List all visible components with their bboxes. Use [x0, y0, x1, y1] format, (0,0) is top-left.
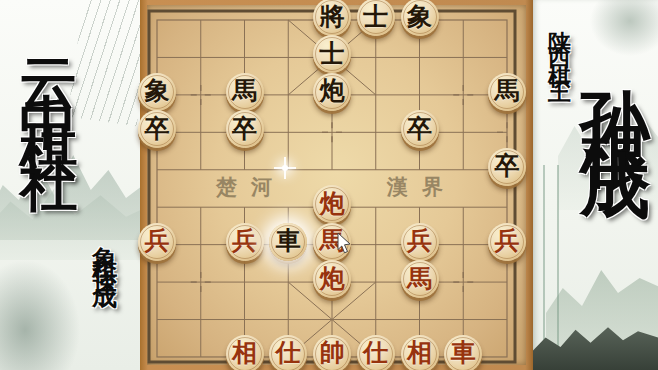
xiangqi-piece-red-r6c8[interactable]: 兵	[488, 223, 526, 261]
hill-ink	[546, 248, 658, 348]
right-ink-panel: 陕西棋王 孙根成	[533, 0, 658, 370]
xiangqi-piece-black-r0c6[interactable]: 象	[401, 0, 439, 36]
piece-character: 馬	[232, 78, 257, 103]
xiangqi-piece-red-r9c6[interactable]: 相	[401, 335, 439, 370]
piece-character: 象	[145, 78, 170, 103]
piece-character: 帥	[320, 340, 345, 365]
piece-character: 車	[451, 340, 476, 365]
club-name-calligraphy: 云中棋社	[10, 16, 88, 136]
xiangqi-piece-black-r0c5[interactable]: 士	[357, 0, 395, 36]
xiangqi-piece-red-r6c2[interactable]: 兵	[226, 223, 264, 261]
xiangqi-piece-red-r6c0[interactable]: 兵	[138, 223, 176, 261]
xiangqi-piece-black-r6c3[interactable]: 車	[269, 223, 307, 261]
sparkle-effect	[282, 165, 288, 171]
xiangqi-piece-red-r9c7[interactable]: 車	[444, 335, 482, 370]
dark-mountain-ink	[533, 322, 658, 370]
mountain-ink-dark	[0, 140, 140, 240]
river-label-han: 漢界	[387, 173, 457, 201]
piece-character: 仕	[363, 340, 388, 365]
piece-character: 象	[407, 4, 432, 29]
xiangqi-board: 楚河 漢界 將士象士象馬炮馬卒卒卒卒炮兵兵車馬兵兵炮馬相仕帥仕相車	[140, 0, 533, 370]
piece-character: 兵	[495, 228, 520, 253]
piece-character: 炮	[320, 78, 345, 103]
piece-character: 炮	[320, 191, 345, 216]
piece-character: 兵	[407, 228, 432, 253]
piece-character: 仕	[276, 340, 301, 365]
xiangqi-piece-black-r2c0[interactable]: 象	[138, 73, 176, 111]
bamboo-ink-decoration	[539, 165, 561, 370]
xiangqi-piece-black-r2c2[interactable]: 馬	[226, 73, 264, 111]
left-ink-panel: 云中棋社 象棋速成	[0, 0, 140, 370]
piece-character: 馬	[495, 78, 520, 103]
xiangqi-piece-black-r3c6[interactable]: 卒	[401, 110, 439, 148]
xiangqi-piece-red-r9c3[interactable]: 仕	[269, 335, 307, 370]
piece-character: 兵	[232, 228, 257, 253]
xiangqi-piece-red-r6c6[interactable]: 兵	[401, 223, 439, 261]
piece-character: 卒	[495, 153, 520, 178]
piece-character: 將	[320, 4, 345, 29]
piece-character: 士	[320, 41, 345, 66]
xiangqi-piece-black-r2c8[interactable]: 馬	[488, 73, 526, 111]
xiangqi-piece-black-r3c2[interactable]: 卒	[226, 110, 264, 148]
piece-character: 馬	[407, 266, 432, 291]
xiangqi-piece-red-r9c5[interactable]: 仕	[357, 335, 395, 370]
xiangqi-piece-red-r7c4[interactable]: 炮	[313, 260, 351, 298]
piece-character: 相	[407, 340, 432, 365]
piece-character: 相	[232, 340, 257, 365]
piece-character: 兵	[145, 228, 170, 253]
xiangqi-piece-red-r7c6[interactable]: 馬	[401, 260, 439, 298]
mouse-cursor-icon	[336, 232, 353, 254]
piece-character: 卒	[145, 116, 170, 141]
screenshot-stage: 云中棋社 象棋速成 楚河 漢界 將士象士象馬炮馬卒卒卒卒炮兵兵車馬兵兵炮馬相仕帥…	[0, 0, 658, 370]
piece-character: 車	[276, 228, 301, 253]
ink-wash	[0, 260, 80, 370]
piece-character: 卒	[232, 116, 257, 141]
course-name-calligraphy: 象棋速成	[88, 226, 121, 274]
xiangqi-piece-black-r2c4[interactable]: 炮	[313, 73, 351, 111]
piece-character: 炮	[320, 266, 345, 291]
piece-character: 士	[363, 4, 388, 29]
xiangqi-piece-black-r4c8[interactable]: 卒	[488, 148, 526, 186]
river-label-chu: 楚河	[216, 173, 286, 201]
piece-character: 卒	[407, 116, 432, 141]
xiangqi-piece-red-r9c4[interactable]: 帥	[313, 335, 351, 370]
player-name-calligraphy: 孙根成	[569, 34, 658, 124]
xiangqi-piece-red-r5c4[interactable]: 炮	[313, 185, 351, 223]
xiangqi-piece-red-r9c2[interactable]: 相	[226, 335, 264, 370]
